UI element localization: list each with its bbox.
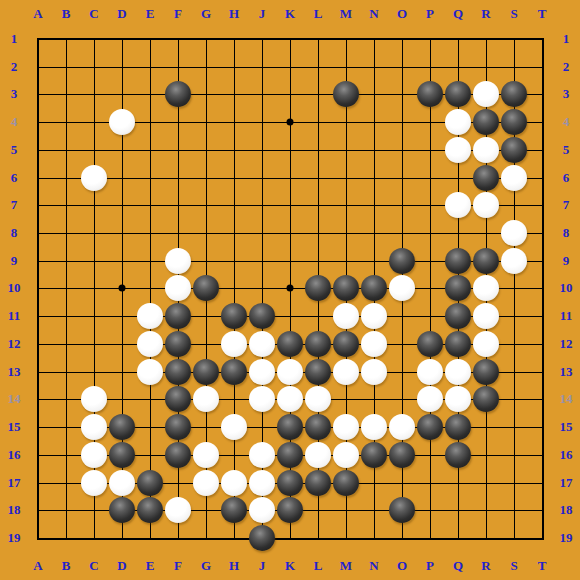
coordinate-label-bottom: M <box>340 558 352 574</box>
black-stone <box>473 386 499 412</box>
coordinate-label-left: 19 <box>8 530 21 546</box>
coordinate-label-left: 5 <box>11 142 18 158</box>
coordinate-label-top: Q <box>453 6 463 22</box>
black-stone <box>417 331 443 357</box>
white-stone <box>445 359 471 385</box>
white-stone <box>81 470 107 496</box>
white-stone <box>445 192 471 218</box>
black-stone <box>445 414 471 440</box>
star-point <box>287 119 294 126</box>
black-stone <box>501 137 527 163</box>
coordinate-label-right: 4 <box>563 114 570 130</box>
coordinate-label-right: 12 <box>560 336 573 352</box>
coordinate-label-top: M <box>340 6 352 22</box>
black-stone <box>389 497 415 523</box>
coordinate-label-right: 9 <box>563 253 570 269</box>
black-stone <box>445 331 471 357</box>
white-stone <box>193 470 219 496</box>
black-stone <box>501 109 527 135</box>
white-stone <box>445 109 471 135</box>
black-stone <box>109 414 135 440</box>
black-stone <box>473 165 499 191</box>
white-stone <box>333 442 359 468</box>
black-stone <box>249 525 275 551</box>
black-stone <box>305 331 331 357</box>
coordinate-label-right: 8 <box>563 225 570 241</box>
black-stone <box>445 303 471 329</box>
coordinate-label-left: 18 <box>8 502 21 518</box>
coordinate-label-left: 14 <box>8 391 21 407</box>
white-stone <box>305 442 331 468</box>
coordinate-label-right: 2 <box>563 59 570 75</box>
white-stone <box>501 165 527 191</box>
coordinate-label-top: G <box>201 6 211 22</box>
white-stone <box>417 359 443 385</box>
coordinate-label-bottom: P <box>426 558 434 574</box>
coordinate-label-left: 13 <box>8 364 21 380</box>
coordinate-label-top: H <box>229 6 239 22</box>
coordinate-label-right: 19 <box>560 530 573 546</box>
black-stone <box>137 470 163 496</box>
white-stone <box>221 331 247 357</box>
black-stone <box>249 303 275 329</box>
coordinate-label-left: 8 <box>11 225 18 241</box>
coordinate-label-left: 12 <box>8 336 21 352</box>
coordinate-label-top: K <box>285 6 295 22</box>
black-stone <box>333 81 359 107</box>
white-stone <box>249 359 275 385</box>
white-stone <box>165 497 191 523</box>
coordinate-label-top: F <box>174 6 182 22</box>
coordinate-label-right: 10 <box>560 280 573 296</box>
coordinate-label-right: 1 <box>563 31 570 47</box>
coordinate-label-right: 15 <box>560 419 573 435</box>
black-stone <box>473 109 499 135</box>
black-stone <box>389 442 415 468</box>
white-stone <box>473 192 499 218</box>
coordinate-label-bottom: E <box>146 558 155 574</box>
coordinate-label-top: S <box>510 6 517 22</box>
black-stone <box>277 497 303 523</box>
white-stone <box>81 442 107 468</box>
white-stone <box>473 81 499 107</box>
white-stone <box>473 137 499 163</box>
white-stone <box>501 248 527 274</box>
white-stone <box>389 275 415 301</box>
black-stone <box>165 359 191 385</box>
black-stone <box>389 248 415 274</box>
black-stone <box>305 470 331 496</box>
white-stone <box>165 275 191 301</box>
coordinate-label-left: 15 <box>8 419 21 435</box>
coordinate-label-top: N <box>369 6 378 22</box>
black-stone <box>137 497 163 523</box>
black-stone <box>361 275 387 301</box>
coordinate-label-left: 1 <box>11 31 18 47</box>
white-stone <box>81 165 107 191</box>
black-stone <box>277 331 303 357</box>
black-stone <box>109 442 135 468</box>
white-stone <box>417 386 443 412</box>
black-stone <box>277 442 303 468</box>
coordinate-label-right: 7 <box>563 197 570 213</box>
coordinate-label-top: J <box>259 6 266 22</box>
coordinate-label-left: 2 <box>11 59 18 75</box>
coordinate-label-left: 7 <box>11 197 18 213</box>
black-stone <box>445 248 471 274</box>
coordinate-label-bottom: G <box>201 558 211 574</box>
white-stone <box>249 442 275 468</box>
black-stone <box>165 81 191 107</box>
black-stone <box>361 442 387 468</box>
white-stone <box>221 470 247 496</box>
coordinate-label-right: 17 <box>560 475 573 491</box>
white-stone <box>473 303 499 329</box>
white-stone <box>445 386 471 412</box>
black-stone <box>221 303 247 329</box>
coordinate-label-bottom: S <box>510 558 517 574</box>
white-stone <box>165 248 191 274</box>
white-stone <box>473 275 499 301</box>
coordinate-label-left: 3 <box>11 86 18 102</box>
black-stone <box>165 386 191 412</box>
white-stone <box>473 331 499 357</box>
white-stone <box>333 359 359 385</box>
black-stone <box>165 442 191 468</box>
white-stone <box>193 386 219 412</box>
coordinate-label-right: 3 <box>563 86 570 102</box>
white-stone <box>221 414 247 440</box>
black-stone <box>165 331 191 357</box>
white-stone <box>277 359 303 385</box>
black-stone <box>305 414 331 440</box>
white-stone <box>361 303 387 329</box>
coordinate-label-bottom: D <box>117 558 126 574</box>
white-stone <box>333 414 359 440</box>
white-stone <box>249 386 275 412</box>
coordinate-label-top: A <box>33 6 42 22</box>
black-stone <box>193 275 219 301</box>
coordinate-label-bottom: R <box>481 558 490 574</box>
coordinate-label-left: 11 <box>8 308 20 324</box>
coordinate-label-right: 11 <box>560 308 572 324</box>
coordinate-label-bottom: T <box>538 558 547 574</box>
coordinate-label-left: 6 <box>11 170 18 186</box>
white-stone <box>361 359 387 385</box>
coordinate-label-top: O <box>397 6 407 22</box>
black-stone <box>445 442 471 468</box>
white-stone <box>249 497 275 523</box>
coordinate-label-left: 17 <box>8 475 21 491</box>
black-stone <box>445 275 471 301</box>
white-stone <box>333 303 359 329</box>
coordinate-label-bottom: B <box>62 558 71 574</box>
white-stone <box>501 220 527 246</box>
white-stone <box>137 331 163 357</box>
coordinate-label-left: 4 <box>11 114 18 130</box>
black-stone <box>165 303 191 329</box>
coordinate-label-bottom: A <box>33 558 42 574</box>
white-stone <box>249 470 275 496</box>
coordinate-label-bottom: J <box>259 558 266 574</box>
black-stone <box>333 331 359 357</box>
white-stone <box>361 414 387 440</box>
black-stone <box>473 248 499 274</box>
black-stone <box>445 81 471 107</box>
go-board-app: AABBCCDDEEFFGGHHJJKKLLMMNNOOPPQQRRSSTT11… <box>0 0 580 580</box>
coordinate-label-bottom: K <box>285 558 295 574</box>
black-stone <box>193 359 219 385</box>
coordinate-label-right: 14 <box>560 391 573 407</box>
coordinate-label-right: 6 <box>563 170 570 186</box>
white-stone <box>305 386 331 412</box>
coordinate-label-right: 18 <box>560 502 573 518</box>
white-stone <box>137 303 163 329</box>
coordinate-label-right: 16 <box>560 447 573 463</box>
white-stone <box>249 331 275 357</box>
black-stone <box>165 414 191 440</box>
black-stone <box>305 275 331 301</box>
black-stone <box>501 81 527 107</box>
black-stone <box>333 275 359 301</box>
white-stone <box>277 386 303 412</box>
coordinate-label-top: E <box>146 6 155 22</box>
white-stone <box>81 386 107 412</box>
black-stone <box>417 81 443 107</box>
coordinate-label-bottom: F <box>174 558 182 574</box>
coordinate-label-bottom: C <box>89 558 98 574</box>
coordinate-label-top: R <box>481 6 490 22</box>
coordinate-label-left: 10 <box>8 280 21 296</box>
white-stone <box>81 414 107 440</box>
coordinate-label-top: L <box>314 6 323 22</box>
black-stone <box>221 497 247 523</box>
coordinate-label-right: 13 <box>560 364 573 380</box>
coordinate-label-top: T <box>538 6 547 22</box>
black-stone <box>473 359 499 385</box>
white-stone <box>109 470 135 496</box>
white-stone <box>445 137 471 163</box>
coordinate-label-top: P <box>426 6 434 22</box>
coordinate-label-top: D <box>117 6 126 22</box>
star-point <box>119 285 126 292</box>
black-stone <box>333 470 359 496</box>
coordinate-label-left: 16 <box>8 447 21 463</box>
coordinate-label-right: 5 <box>563 142 570 158</box>
coordinate-label-bottom: Q <box>453 558 463 574</box>
white-stone <box>109 109 135 135</box>
black-stone <box>109 497 135 523</box>
coordinate-label-left: 9 <box>11 253 18 269</box>
coordinate-label-top: C <box>89 6 98 22</box>
star-point <box>287 285 294 292</box>
coordinate-label-bottom: H <box>229 558 239 574</box>
black-stone <box>305 359 331 385</box>
white-stone <box>137 359 163 385</box>
black-stone <box>417 414 443 440</box>
coordinate-label-bottom: O <box>397 558 407 574</box>
white-stone <box>361 331 387 357</box>
white-stone <box>193 442 219 468</box>
black-stone <box>277 470 303 496</box>
black-stone <box>277 414 303 440</box>
black-stone <box>221 359 247 385</box>
coordinate-label-bottom: L <box>314 558 323 574</box>
white-stone <box>389 414 415 440</box>
coordinate-label-top: B <box>62 6 71 22</box>
coordinate-label-bottom: N <box>369 558 378 574</box>
